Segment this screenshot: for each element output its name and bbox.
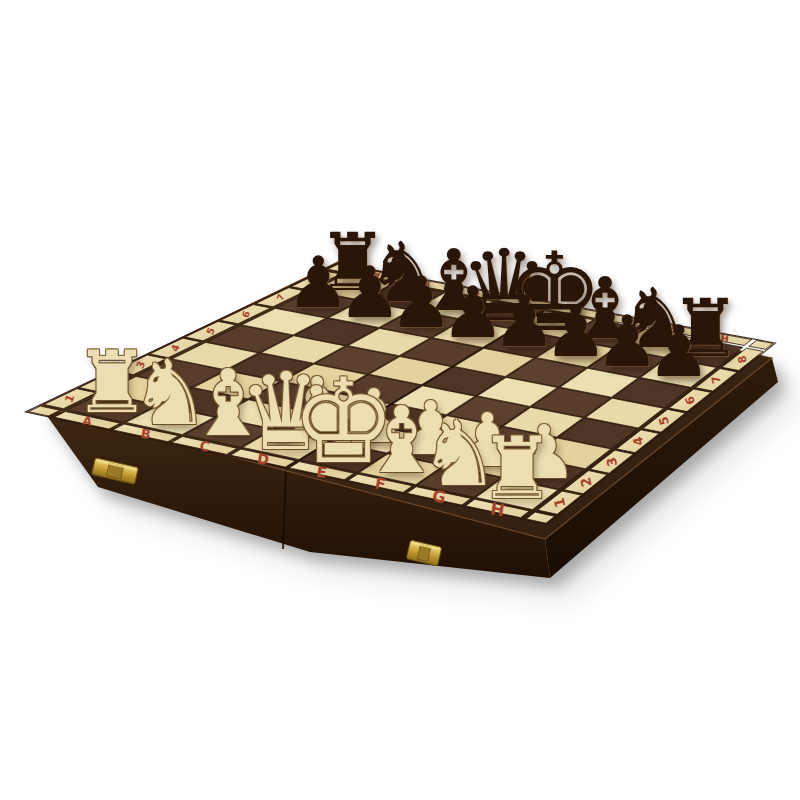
- piece-white-rook-h1[interactable]: ♜: [479, 425, 556, 511]
- piece-black-pawn-h7[interactable]: ♟: [647, 316, 711, 387]
- chess-set-photo: AA11BB22CC33DD44EE55FF66GG77HH88 ♜♞♟♝♟♛♟…: [0, 0, 800, 800]
